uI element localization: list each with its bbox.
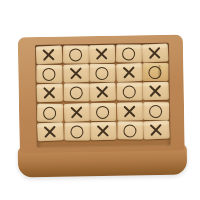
cube-r2c1[interactable]: [36, 65, 62, 83]
cube-r1c3[interactable]: [89, 45, 115, 64]
x-symbol: [121, 65, 137, 81]
cube-r1c5[interactable]: [142, 43, 168, 62]
cube-r5c2[interactable]: [64, 122, 90, 140]
o-symbol: [123, 124, 136, 137]
o-symbol: [122, 47, 135, 60]
o-symbol: [97, 105, 110, 118]
o-symbol: [70, 125, 83, 138]
o-symbol: [43, 106, 56, 119]
x-symbol: [96, 123, 111, 138]
x-symbol: [42, 124, 58, 140]
cube-r2c4[interactable]: [116, 63, 142, 82]
cube-r3c4[interactable]: [117, 83, 143, 101]
o-symbol: [149, 66, 162, 79]
x-symbol: [122, 103, 137, 118]
cube-r3c5[interactable]: [143, 82, 169, 101]
x-symbol: [149, 122, 165, 138]
cube-r1c2[interactable]: [63, 45, 89, 63]
cube-r2c3[interactable]: [90, 64, 116, 82]
x-symbol: [95, 85, 111, 101]
x-symbol: [41, 47, 57, 63]
cube-grid: [36, 44, 170, 141]
o-symbol: [70, 86, 83, 99]
o-symbol: [69, 48, 82, 61]
cube-r5c3[interactable]: [90, 121, 116, 140]
tray-recess-floor: [35, 43, 171, 148]
wooden-tray: [0, 0, 200, 200]
x-symbol: [42, 86, 57, 101]
cube-r5c5[interactable]: [143, 120, 169, 139]
cube-r4c1[interactable]: [37, 103, 63, 121]
cube-r5c1[interactable]: [37, 122, 63, 141]
cube-r4c4[interactable]: [117, 102, 143, 121]
cube-r5c4[interactable]: [117, 121, 143, 139]
cube-r4c3[interactable]: [90, 103, 116, 121]
cube-r3c1[interactable]: [37, 84, 63, 103]
x-symbol: [148, 84, 163, 99]
o-symbol: [150, 104, 163, 117]
cube-r2c5[interactable]: [143, 63, 169, 81]
product-photo-scene: [0, 0, 200, 200]
o-symbol: [123, 85, 136, 98]
cube-r3c3[interactable]: [90, 83, 116, 102]
x-symbol: [94, 46, 109, 61]
cube-r3c2[interactable]: [63, 84, 89, 102]
x-symbol: [68, 66, 83, 81]
cube-r2c2[interactable]: [63, 64, 89, 83]
x-symbol: [147, 45, 163, 61]
o-symbol: [43, 68, 56, 81]
o-symbol: [96, 67, 109, 80]
x-symbol: [69, 104, 85, 120]
tray-top-rim: [18, 35, 185, 154]
cube-r1c1[interactable]: [36, 45, 62, 64]
cube-r1c4[interactable]: [116, 44, 142, 62]
cube-r4c2[interactable]: [63, 102, 89, 121]
cube-r4c5[interactable]: [143, 101, 169, 119]
